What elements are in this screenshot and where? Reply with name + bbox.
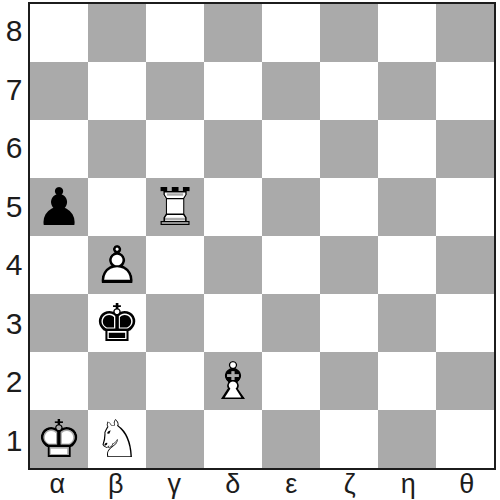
square-γ3[interactable] [146,294,204,352]
square-ζ5[interactable] [320,178,378,236]
square-β4[interactable]: ♟♙ [88,236,146,294]
white-king: ♚♔ [30,410,88,468]
white-bishop: ♝♗ [204,352,262,410]
white-knight-fill: ♞ [88,410,146,468]
square-θ2[interactable] [436,352,494,410]
square-β2[interactable] [88,352,146,410]
square-α1[interactable]: ♚♔ [30,410,88,468]
chess-board: ♟♜♖♟♙♚♝♗♚♔♞♘ [28,2,496,470]
square-γ5[interactable]: ♜♖ [146,178,204,236]
square-δ5[interactable] [204,178,262,236]
file-label-β: β [87,470,146,500]
white-rook: ♜♖ [146,178,204,236]
square-ε5[interactable] [262,178,320,236]
square-η1[interactable] [378,410,436,468]
square-ε8[interactable] [262,4,320,62]
square-α8[interactable] [30,4,88,62]
file-label-ζ: ζ [321,470,380,500]
square-β7[interactable] [88,62,146,120]
square-θ5[interactable] [436,178,494,236]
square-β6[interactable] [88,120,146,178]
black-pawn: ♟ [30,178,88,236]
square-δ3[interactable] [204,294,262,352]
square-δ8[interactable] [204,4,262,62]
square-γ2[interactable] [146,352,204,410]
square-β1[interactable]: ♞♘ [88,410,146,468]
white-pawn: ♟♙ [88,236,146,294]
white-knight: ♞♘ [88,410,146,468]
file-label-δ: δ [204,470,263,500]
square-γ1[interactable] [146,410,204,468]
square-β8[interactable] [88,4,146,62]
rank-labels: 87654321 [0,2,28,470]
rank-label-8: 8 [0,2,28,61]
rank-label-2: 2 [0,353,28,412]
square-ζ8[interactable] [320,4,378,62]
square-α2[interactable] [30,352,88,410]
square-ζ1[interactable] [320,410,378,468]
square-ε2[interactable] [262,352,320,410]
square-ε1[interactable] [262,410,320,468]
square-θ7[interactable] [436,62,494,120]
square-η3[interactable] [378,294,436,352]
square-γ8[interactable] [146,4,204,62]
square-β3[interactable]: ♚ [88,294,146,352]
square-ζ4[interactable] [320,236,378,294]
square-γ6[interactable] [146,120,204,178]
square-η6[interactable] [378,120,436,178]
white-bishop-glyph: ♗ [204,352,262,410]
rank-label-1: 1 [0,412,28,471]
square-θ4[interactable] [436,236,494,294]
file-label-η: η [379,470,438,500]
rank-label-7: 7 [0,61,28,120]
white-pawn-fill: ♟ [88,236,146,294]
file-label-γ: γ [145,470,204,500]
file-label-α: α [28,470,87,500]
white-king-fill: ♚ [30,410,88,468]
white-bishop-fill: ♝ [204,352,262,410]
square-θ3[interactable] [436,294,494,352]
black-pawn-glyph: ♟ [30,178,88,236]
file-label-θ: θ [438,470,497,500]
square-α7[interactable] [30,62,88,120]
square-δ4[interactable] [204,236,262,294]
square-ε4[interactable] [262,236,320,294]
square-θ8[interactable] [436,4,494,62]
white-rook-fill: ♜ [146,178,204,236]
square-ζ2[interactable] [320,352,378,410]
square-θ1[interactable] [436,410,494,468]
square-α5[interactable]: ♟ [30,178,88,236]
square-θ6[interactable] [436,120,494,178]
square-α4[interactable] [30,236,88,294]
square-γ4[interactable] [146,236,204,294]
square-ε6[interactable] [262,120,320,178]
square-ζ3[interactable] [320,294,378,352]
square-δ7[interactable] [204,62,262,120]
black-king-glyph: ♚ [88,294,146,352]
square-η5[interactable] [378,178,436,236]
square-ε7[interactable] [262,62,320,120]
file-labels: αβγδεζηθ [28,470,496,500]
square-β5[interactable] [88,178,146,236]
square-γ7[interactable] [146,62,204,120]
white-pawn-glyph: ♙ [88,236,146,294]
square-α3[interactable] [30,294,88,352]
square-δ6[interactable] [204,120,262,178]
square-ζ6[interactable] [320,120,378,178]
black-king: ♚ [88,294,146,352]
rank-label-6: 6 [0,119,28,178]
rank-label-5: 5 [0,178,28,237]
square-η7[interactable] [378,62,436,120]
rank-label-3: 3 [0,295,28,354]
square-ε3[interactable] [262,294,320,352]
square-δ2[interactable]: ♝♗ [204,352,262,410]
file-label-ε: ε [262,470,321,500]
square-η2[interactable] [378,352,436,410]
square-η4[interactable] [378,236,436,294]
square-η8[interactable] [378,4,436,62]
square-δ1[interactable] [204,410,262,468]
white-knight-glyph: ♘ [88,410,146,468]
white-rook-glyph: ♖ [146,178,204,236]
square-α6[interactable] [30,120,88,178]
rank-label-4: 4 [0,236,28,295]
white-king-glyph: ♔ [30,410,88,468]
square-ζ7[interactable] [320,62,378,120]
chess-diagram: 87654321 ♟♜♖♟♙♚♝♗♚♔♞♘ αβγδεζηθ [0,0,500,500]
